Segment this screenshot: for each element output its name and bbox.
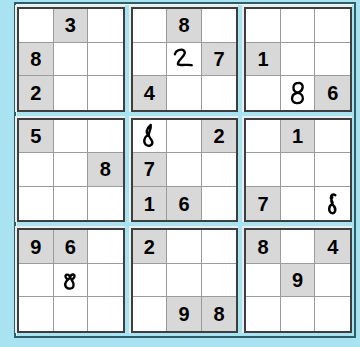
given-digit: 8 xyxy=(30,49,41,69)
cell-r4c1[interactable]: 5 xyxy=(19,120,54,154)
box-r2c3: 17 xyxy=(244,118,352,223)
cell-r6c1[interactable] xyxy=(19,187,54,221)
cell-r6c2[interactable] xyxy=(54,187,89,221)
cell-r3c3[interactable] xyxy=(88,76,123,110)
cell-r6c7[interactable]: 7 xyxy=(246,187,281,221)
box-r3c2: 298 xyxy=(131,228,239,333)
cell-r7c2[interactable]: 6 xyxy=(54,230,89,264)
cell-r8c6[interactable] xyxy=(202,264,237,298)
cell-r7c9[interactable]: 4 xyxy=(315,230,350,264)
given-digit: 9 xyxy=(178,304,189,324)
cell-r5c2[interactable] xyxy=(54,153,89,187)
cell-r6c8[interactable] xyxy=(281,187,316,221)
given-digit: 2 xyxy=(213,126,224,146)
pen-digit-8 xyxy=(315,187,350,221)
cell-r3c6[interactable] xyxy=(202,76,237,110)
given-digit: 2 xyxy=(30,83,41,103)
cell-r7c1[interactable]: 9 xyxy=(19,230,54,264)
cell-r9c6[interactable]: 8 xyxy=(202,297,237,331)
cell-r9c9[interactable] xyxy=(315,297,350,331)
given-digit: 6 xyxy=(65,237,76,257)
box-r2c1: 58 xyxy=(17,118,125,223)
given-digit: 7 xyxy=(144,159,155,179)
pen-digit-8 xyxy=(54,264,88,297)
given-digit: 2 xyxy=(144,237,155,257)
cell-r7c5[interactable] xyxy=(167,230,202,264)
cell-r1c9[interactable] xyxy=(315,9,350,43)
cell-r1c3[interactable] xyxy=(88,9,123,43)
pen-digit-2 xyxy=(167,43,201,76)
cell-r9c4[interactable] xyxy=(133,297,168,331)
cell-r7c3[interactable] xyxy=(88,230,123,264)
box-r1c2: 874 xyxy=(131,7,239,112)
cell-r8c1[interactable] xyxy=(19,264,54,298)
cell-r8c5[interactable] xyxy=(167,264,202,298)
given-digit: 4 xyxy=(144,83,155,103)
cell-r3c5[interactable] xyxy=(167,76,202,110)
cell-r2c6[interactable]: 7 xyxy=(202,43,237,77)
given-digit: 3 xyxy=(65,15,76,35)
cell-r2c7[interactable]: 1 xyxy=(246,43,281,77)
cell-r2c1[interactable]: 8 xyxy=(19,43,54,77)
cell-r6c9[interactable] xyxy=(315,187,350,221)
cell-r8c8[interactable]: 9 xyxy=(281,264,316,298)
cell-r9c5[interactable]: 9 xyxy=(167,297,202,331)
cell-r4c4[interactable] xyxy=(133,120,168,154)
cell-r1c8[interactable] xyxy=(281,9,316,43)
cell-r1c1[interactable] xyxy=(19,9,54,43)
cell-r5c3[interactable]: 8 xyxy=(88,153,123,187)
sudoku-app: 382874165827161796298849 xyxy=(0,0,360,347)
cell-r7c8[interactable] xyxy=(281,230,316,264)
cell-r3c9[interactable]: 6 xyxy=(315,76,350,110)
cell-r3c7[interactable] xyxy=(246,76,281,110)
given-digit: 6 xyxy=(327,83,338,103)
pen-digit-8 xyxy=(281,76,315,110)
sudoku-board: 382874165827161796298849 xyxy=(17,7,352,333)
cell-r6c5[interactable]: 6 xyxy=(167,187,202,221)
box-r3c3: 849 xyxy=(244,228,352,333)
cell-r6c3[interactable] xyxy=(88,187,123,221)
given-digit: 8 xyxy=(178,15,189,35)
cell-r5c4[interactable]: 7 xyxy=(133,153,168,187)
cell-r9c3[interactable] xyxy=(88,297,123,331)
cell-r1c7[interactable] xyxy=(246,9,281,43)
cell-r9c2[interactable] xyxy=(54,297,89,331)
cell-r5c9[interactable] xyxy=(315,153,350,187)
cell-r2c4[interactable] xyxy=(133,43,168,77)
given-digit: 9 xyxy=(292,270,303,290)
box-r1c3: 16 xyxy=(244,7,352,112)
cell-r1c2[interactable]: 3 xyxy=(54,9,89,43)
cell-r4c7[interactable] xyxy=(246,120,281,154)
cell-r8c7[interactable] xyxy=(246,264,281,298)
given-digit: 8 xyxy=(213,304,224,324)
given-digit: 4 xyxy=(327,237,338,257)
given-digit: 8 xyxy=(258,237,269,257)
cell-r3c1[interactable]: 2 xyxy=(19,76,54,110)
given-digit: 7 xyxy=(258,194,269,214)
given-digit: 1 xyxy=(258,49,269,69)
box-r1c1: 382 xyxy=(17,7,125,112)
given-digit: 1 xyxy=(144,194,155,214)
given-digit: 5 xyxy=(30,126,41,146)
cell-r2c5[interactable] xyxy=(167,43,202,77)
cell-r2c2[interactable] xyxy=(54,43,89,77)
given-digit: 7 xyxy=(213,49,224,69)
cell-r4c8[interactable]: 1 xyxy=(281,120,316,154)
cell-r6c4[interactable]: 1 xyxy=(133,187,168,221)
pen-digit-8 xyxy=(133,120,167,153)
cell-r3c8[interactable] xyxy=(281,76,316,110)
cell-r7c7[interactable]: 8 xyxy=(246,230,281,264)
cell-r8c9[interactable] xyxy=(315,264,350,298)
given-digit: 9 xyxy=(30,237,41,257)
cell-r1c4[interactable] xyxy=(133,9,168,43)
box-r2c2: 2716 xyxy=(131,118,239,223)
cell-r5c8[interactable] xyxy=(281,153,316,187)
cell-r5c7[interactable] xyxy=(246,153,281,187)
given-digit: 6 xyxy=(178,194,189,214)
cell-r4c3[interactable] xyxy=(88,120,123,154)
box-r3c1: 96 xyxy=(17,228,125,333)
cell-r2c3[interactable] xyxy=(88,43,123,77)
cell-r4c2[interactable] xyxy=(54,120,89,154)
cell-r8c2[interactable] xyxy=(54,264,89,298)
cell-r2c9[interactable] xyxy=(315,43,350,77)
cell-r2c8[interactable] xyxy=(281,43,316,77)
cell-r3c2[interactable] xyxy=(54,76,89,110)
cell-r9c1[interactable] xyxy=(19,297,54,331)
cell-r7c4[interactable]: 2 xyxy=(133,230,168,264)
cell-r5c1[interactable] xyxy=(19,153,54,187)
cell-r4c5[interactable] xyxy=(167,120,202,154)
cell-r3c4[interactable]: 4 xyxy=(133,76,168,110)
cell-r9c7[interactable] xyxy=(246,297,281,331)
cell-r5c6[interactable] xyxy=(202,153,237,187)
cell-r6c6[interactable] xyxy=(202,187,237,221)
given-digit: 8 xyxy=(100,159,111,179)
cell-r1c5[interactable]: 8 xyxy=(167,9,202,43)
cell-r8c4[interactable] xyxy=(133,264,168,298)
cell-r5c5[interactable] xyxy=(167,153,202,187)
cell-r7c6[interactable] xyxy=(202,230,237,264)
cell-r8c3[interactable] xyxy=(88,264,123,298)
cell-r4c6[interactable]: 2 xyxy=(202,120,237,154)
board-frame: 382874165827161796298849 xyxy=(14,2,356,338)
cell-r9c8[interactable] xyxy=(281,297,316,331)
cell-r4c9[interactable] xyxy=(315,120,350,154)
cell-r1c6[interactable] xyxy=(202,9,237,43)
given-digit: 1 xyxy=(292,126,303,146)
